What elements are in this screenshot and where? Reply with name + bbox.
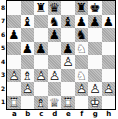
piece-outline-layer: ♙ xyxy=(75,82,89,96)
piece-outline-layer: ♙ xyxy=(88,82,102,96)
square-e8[interactable] xyxy=(61,1,75,15)
piece-glyph: ♟ xyxy=(7,28,21,42)
square-e1[interactable]: ♜♖ xyxy=(61,96,75,110)
square-b1[interactable] xyxy=(21,96,35,110)
square-g4[interactable] xyxy=(88,55,102,69)
piece-glyph: ♜ xyxy=(75,1,89,15)
file-label-h: h xyxy=(102,111,116,119)
square-a7[interactable] xyxy=(7,15,21,29)
piece-black-knight[interactable]: ♞ xyxy=(75,28,89,42)
piece-outline-layer: ♙ xyxy=(7,69,21,83)
square-h5[interactable] xyxy=(102,42,116,56)
square-a3[interactable]: ♟♙ xyxy=(7,69,21,83)
piece-glyph: ♛ xyxy=(48,1,62,15)
square-b3[interactable]: ♝♗ xyxy=(21,69,35,83)
square-c6[interactable] xyxy=(34,28,48,42)
piece-glyph: ♝ xyxy=(21,15,35,29)
square-f6[interactable]: ♞ xyxy=(75,28,89,42)
file-label-a: a xyxy=(8,111,22,119)
square-h7[interactable]: ♟ xyxy=(102,15,116,29)
square-d5[interactable] xyxy=(48,42,62,56)
piece-glyph: ♟ xyxy=(75,15,89,29)
piece-outline-layer: ♗ xyxy=(21,69,35,83)
square-a6[interactable]: ♟ xyxy=(7,28,21,42)
piece-white-pawn[interactable]: ♟♙ xyxy=(7,69,21,83)
square-e4[interactable]: ♟♙ xyxy=(61,55,75,69)
square-e2[interactable] xyxy=(61,82,75,96)
piece-outline-layer: ♖ xyxy=(61,96,75,110)
piece-white-king[interactable]: ♚♔ xyxy=(88,96,102,110)
square-g3[interactable] xyxy=(88,69,102,83)
piece-glyph: ♟ xyxy=(48,28,62,42)
chess-diagram: 87654321 ♜♛♜♚♝♞♝♟♟♟♟♟♞♟♟♟♞♘♟♙♟♙♝♗♟♙♟♙♞♘♟… xyxy=(0,0,118,118)
piece-white-queen[interactable]: ♛♕ xyxy=(48,96,62,110)
piece-outline-layer: ♗ xyxy=(34,96,48,110)
square-h1[interactable] xyxy=(102,96,116,110)
square-d4[interactable] xyxy=(48,55,62,69)
piece-white-knight[interactable]: ♞♘ xyxy=(75,69,89,83)
piece-black-pawn[interactable]: ♟ xyxy=(21,42,35,56)
square-c4[interactable] xyxy=(34,55,48,69)
piece-white-pawn[interactable]: ♟♙ xyxy=(61,55,75,69)
piece-black-pawn[interactable]: ♟ xyxy=(75,15,89,29)
square-f2[interactable]: ♟♙ xyxy=(75,82,89,96)
file-label-f: f xyxy=(75,111,89,119)
piece-white-knight[interactable]: ♞♘ xyxy=(75,42,89,56)
square-c1[interactable]: ♝♗ xyxy=(34,96,48,110)
piece-white-rook[interactable]: ♜♖ xyxy=(7,96,21,110)
square-f1[interactable] xyxy=(75,96,89,110)
square-d1[interactable]: ♛♕ xyxy=(48,96,62,110)
piece-black-pawn[interactable]: ♟ xyxy=(61,42,75,56)
piece-glyph: ♟ xyxy=(34,42,48,56)
piece-glyph: ♟ xyxy=(102,15,116,29)
piece-outline-layer: ♙ xyxy=(48,69,62,83)
piece-black-pawn[interactable]: ♟ xyxy=(7,28,21,42)
square-a2[interactable] xyxy=(7,82,21,96)
square-h3[interactable] xyxy=(102,69,116,83)
square-d3[interactable]: ♟♙ xyxy=(48,69,62,83)
square-g7[interactable]: ♟ xyxy=(88,15,102,29)
square-b8[interactable] xyxy=(21,1,35,15)
file-label-b: b xyxy=(21,111,35,119)
piece-black-queen[interactable]: ♛ xyxy=(48,1,62,15)
piece-outline-layer: ♕ xyxy=(48,96,62,110)
piece-glyph: ♟ xyxy=(61,42,75,56)
file-label-c: c xyxy=(35,111,49,119)
square-f7[interactable]: ♟ xyxy=(75,15,89,29)
square-h2[interactable]: ♟♙ xyxy=(102,82,116,96)
piece-black-bishop[interactable]: ♝ xyxy=(61,15,75,29)
square-h6[interactable] xyxy=(102,28,116,42)
square-c7[interactable] xyxy=(34,15,48,29)
square-b7[interactable]: ♝ xyxy=(21,15,35,29)
square-a4[interactable] xyxy=(7,55,21,69)
piece-outline-layer: ♔ xyxy=(88,96,102,110)
square-b6[interactable] xyxy=(21,28,35,42)
piece-glyph: ♞ xyxy=(48,15,62,29)
square-d8[interactable]: ♛ xyxy=(48,1,62,15)
piece-black-king[interactable]: ♚ xyxy=(88,1,102,15)
square-h4[interactable] xyxy=(102,55,116,69)
piece-white-pawn[interactable]: ♟♙ xyxy=(21,82,35,96)
piece-glyph: ♜ xyxy=(34,1,48,15)
square-c5[interactable]: ♟ xyxy=(34,42,48,56)
square-a5[interactable] xyxy=(7,42,21,56)
square-g6[interactable] xyxy=(88,28,102,42)
piece-glyph: ♟ xyxy=(88,15,102,29)
square-d2[interactable] xyxy=(48,82,62,96)
piece-white-rook[interactable]: ♜♖ xyxy=(61,96,75,110)
piece-outline-layer: ♙ xyxy=(34,69,48,83)
square-f4[interactable] xyxy=(75,55,89,69)
square-b2[interactable]: ♟♙ xyxy=(21,82,35,96)
piece-black-rook[interactable]: ♜ xyxy=(75,1,89,15)
square-g2[interactable]: ♟♙ xyxy=(88,82,102,96)
piece-white-pawn[interactable]: ♟♙ xyxy=(88,82,102,96)
square-g8[interactable]: ♚ xyxy=(88,1,102,15)
file-label-d: d xyxy=(48,111,62,119)
piece-white-pawn[interactable]: ♟♙ xyxy=(34,69,48,83)
square-f5[interactable]: ♞♘ xyxy=(75,42,89,56)
square-a1[interactable]: ♜♖ xyxy=(7,96,21,110)
piece-white-pawn[interactable]: ♟♙ xyxy=(75,82,89,96)
piece-black-pawn[interactable]: ♟ xyxy=(102,15,116,29)
piece-glyph: ♞ xyxy=(75,28,89,42)
file-label-e: e xyxy=(62,111,76,119)
square-e7[interactable]: ♝ xyxy=(61,15,75,29)
square-f8[interactable]: ♜ xyxy=(75,1,89,15)
piece-glyph: ♟ xyxy=(21,42,35,56)
square-h8[interactable] xyxy=(102,1,116,15)
square-d6[interactable]: ♟ xyxy=(48,28,62,42)
piece-outline-layer: ♙ xyxy=(61,55,75,69)
piece-black-pawn[interactable]: ♟ xyxy=(88,15,102,29)
file-labels: abcdefgh xyxy=(6,111,116,119)
square-g5[interactable] xyxy=(88,42,102,56)
piece-white-bishop[interactable]: ♝♗ xyxy=(21,69,35,83)
piece-white-bishop[interactable]: ♝♗ xyxy=(34,96,48,110)
piece-glyph: ♝ xyxy=(61,15,75,29)
square-c3[interactable]: ♟♙ xyxy=(34,69,48,83)
piece-outline-layer: ♙ xyxy=(21,82,35,96)
square-a8[interactable] xyxy=(7,1,21,15)
square-g1[interactable]: ♚♔ xyxy=(88,96,102,110)
square-c8[interactable]: ♜ xyxy=(34,1,48,15)
piece-black-pawn[interactable]: ♟ xyxy=(48,28,62,42)
piece-white-pawn[interactable]: ♟♙ xyxy=(48,69,62,83)
square-b4[interactable] xyxy=(21,55,35,69)
piece-black-rook[interactable]: ♜ xyxy=(34,1,48,15)
piece-black-pawn[interactable]: ♟ xyxy=(34,42,48,56)
piece-outline-layer: ♘ xyxy=(75,69,89,83)
piece-glyph: ♚ xyxy=(88,1,102,15)
piece-outline-layer: ♙ xyxy=(102,82,116,96)
square-e6[interactable] xyxy=(61,28,75,42)
piece-black-knight[interactable]: ♞ xyxy=(48,15,62,29)
square-f3[interactable]: ♞♘ xyxy=(75,69,89,83)
chess-board: ♜♛♜♚♝♞♝♟♟♟♟♟♞♟♟♟♞♘♟♙♟♙♝♗♟♙♟♙♞♘♟♙♟♙♟♙♟♙♜♖… xyxy=(6,0,116,110)
square-e5[interactable]: ♟ xyxy=(61,42,75,56)
piece-black-bishop[interactable]: ♝ xyxy=(21,15,35,29)
piece-white-pawn[interactable]: ♟♙ xyxy=(102,82,116,96)
square-c2[interactable] xyxy=(34,82,48,96)
file-label-g: g xyxy=(89,111,103,119)
square-d7[interactable]: ♞ xyxy=(48,15,62,29)
square-b5[interactable]: ♟ xyxy=(21,42,35,56)
square-e3[interactable] xyxy=(61,69,75,83)
piece-outline-layer: ♘ xyxy=(75,42,89,56)
piece-outline-layer: ♖ xyxy=(7,96,21,110)
